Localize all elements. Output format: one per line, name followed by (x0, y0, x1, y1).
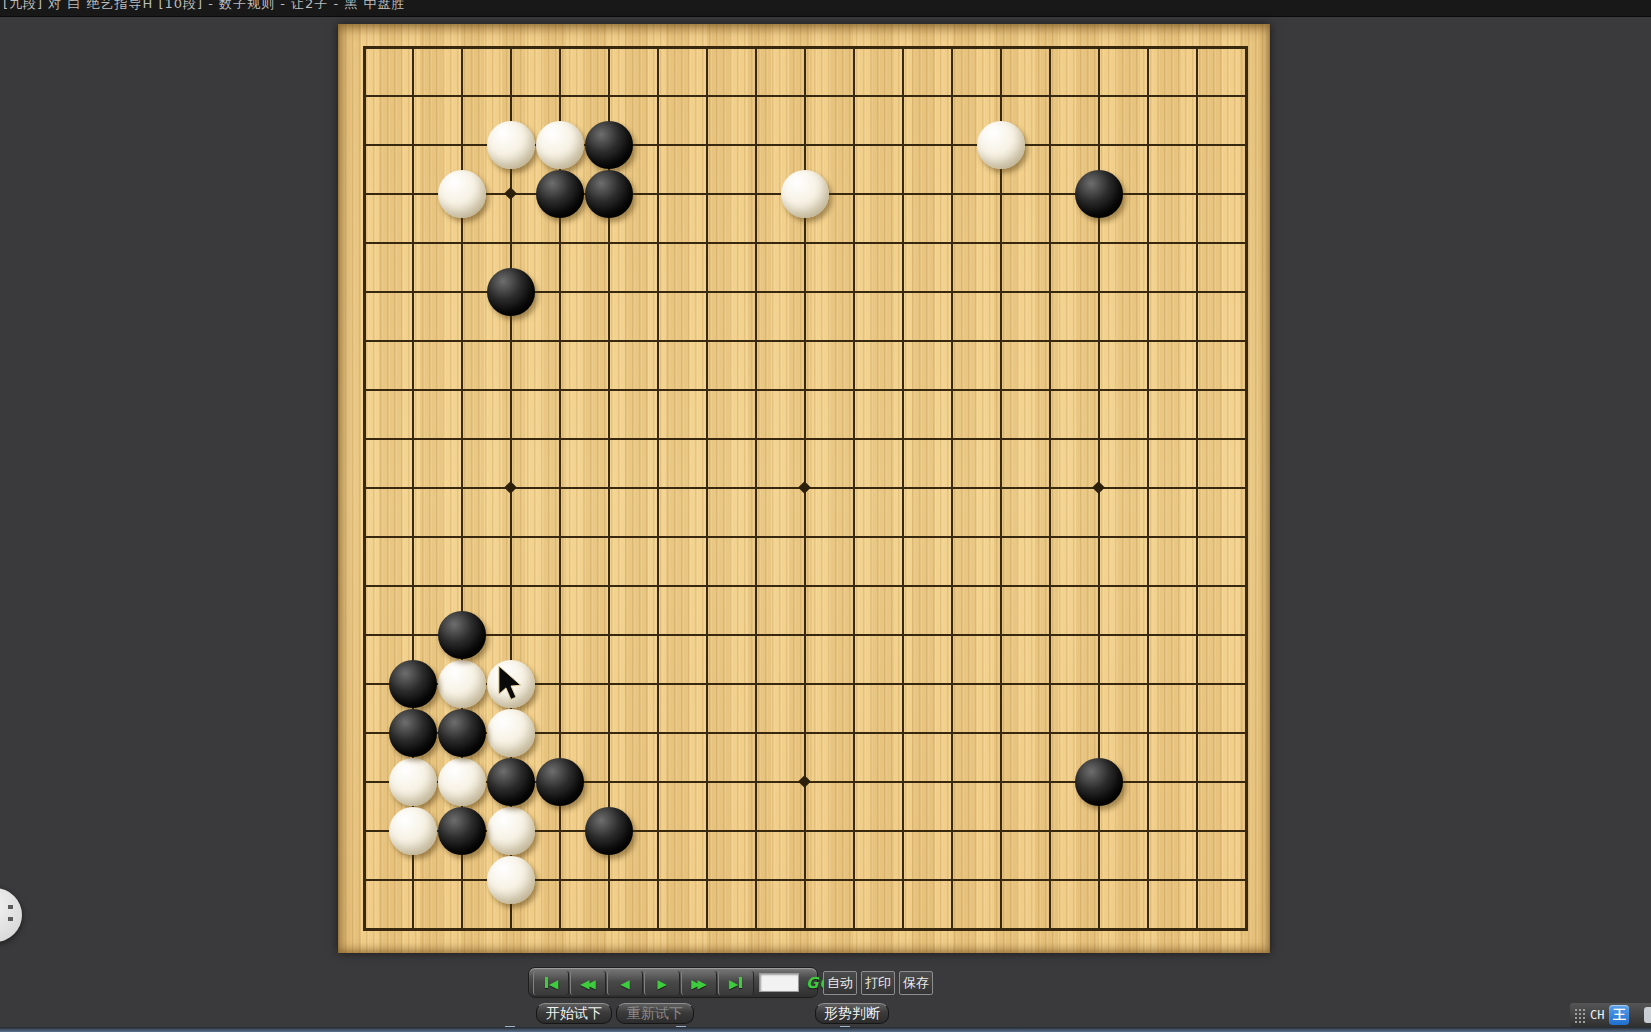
black-stone (1075, 758, 1123, 806)
white-stone (438, 758, 486, 806)
black-stone (487, 758, 535, 806)
nav-fast-back-button[interactable]: ◀◀ (570, 971, 606, 995)
window-title: [九段] 对 白 绝艺指导H [10段] - 数子规则 - 让2子 - 黑 中盘… (3, 0, 405, 13)
black-stone (536, 758, 584, 806)
start-trial-button[interactable]: 开始试下 (536, 1003, 612, 1024)
back-icon: ◀ (620, 973, 629, 992)
black-stone (536, 170, 584, 218)
nav-last-button[interactable]: ▶ (718, 971, 754, 995)
black-stone (438, 611, 486, 659)
nav-forward-button[interactable]: ▶ (644, 971, 680, 995)
print-button[interactable]: 打印 (861, 971, 895, 995)
nav-first-button[interactable]: ◀ (533, 971, 569, 995)
app-window: [九段] 对 白 绝艺指导H [10段] - 数子规则 - 让2子 - 黑 中盘… (0, 0, 1651, 1032)
judge-position-button[interactable]: 形势判断 (815, 1003, 889, 1024)
black-stone (389, 660, 437, 708)
grid-line (363, 536, 1248, 538)
grid-line (363, 928, 1248, 931)
language-bar: CH 王 (1570, 1003, 1651, 1027)
grid-line (902, 46, 904, 931)
grid-line (1000, 46, 1002, 931)
nav-buttons: ◀◀◀◀▶▶▶▶ (533, 971, 754, 995)
white-stone (487, 709, 535, 757)
fast-forward-icon: ▶▶ (691, 973, 706, 992)
skip-start-icon: ◀ (544, 973, 558, 992)
nav-fast-forward-button[interactable]: ▶▶ (681, 971, 717, 995)
white-stone (977, 121, 1025, 169)
black-stone (1075, 170, 1123, 218)
star-point (798, 775, 811, 788)
move-number-input[interactable] (759, 973, 799, 992)
grid-line (363, 634, 1248, 636)
black-stone (585, 121, 633, 169)
black-stone (438, 709, 486, 757)
grid-line (1245, 46, 1248, 931)
mouse-cursor-icon (497, 666, 529, 706)
grid-line (1196, 46, 1198, 931)
auto-button[interactable]: 自动 (823, 971, 857, 995)
skip-end-icon: ▶ (729, 973, 743, 992)
grid-line (951, 46, 953, 931)
white-stone (536, 121, 584, 169)
language-indicator[interactable]: CH (1590, 1008, 1604, 1022)
floating-tool-button[interactable] (0, 888, 22, 942)
fast-back-icon: ◀◀ (580, 973, 595, 992)
nav-back-button[interactable]: ◀ (607, 971, 643, 995)
star-point (504, 481, 517, 494)
restart-trial-button[interactable]: 重新试下 (616, 1003, 694, 1024)
white-stone (487, 856, 535, 904)
grid-line (1147, 46, 1149, 931)
star-point (1092, 481, 1105, 494)
white-stone (438, 660, 486, 708)
forward-icon: ▶ (657, 973, 666, 992)
black-stone (438, 807, 486, 855)
cutoff-ime-icon (1644, 1007, 1651, 1023)
move-navigation-bar: ◀◀◀◀▶▶▶▶ GO (528, 967, 818, 998)
ime-icon[interactable]: 王 (1609, 1005, 1629, 1025)
star-point (504, 187, 517, 200)
white-stone (389, 807, 437, 855)
star-point (798, 481, 811, 494)
black-stone (585, 807, 633, 855)
white-stone (781, 170, 829, 218)
grid-line (363, 585, 1248, 587)
window-titlebar: [九段] 对 白 绝艺指导H [10段] - 数子规则 - 让2子 - 黑 中盘… (0, 0, 1651, 17)
quick-buttons: 自动 打印 保存 (823, 971, 933, 995)
white-stone (487, 807, 535, 855)
white-stone (438, 170, 486, 218)
black-stone (389, 709, 437, 757)
go-board[interactable] (338, 24, 1270, 953)
screen-bottom-edge (0, 1027, 1651, 1032)
white-stone (487, 121, 535, 169)
white-stone (389, 758, 437, 806)
save-button[interactable]: 保存 (899, 971, 933, 995)
black-stone (585, 170, 633, 218)
black-stone (487, 268, 535, 316)
drag-grip-icon[interactable] (1574, 1008, 1585, 1023)
grid-line (853, 46, 855, 931)
grid-line (1049, 46, 1051, 931)
